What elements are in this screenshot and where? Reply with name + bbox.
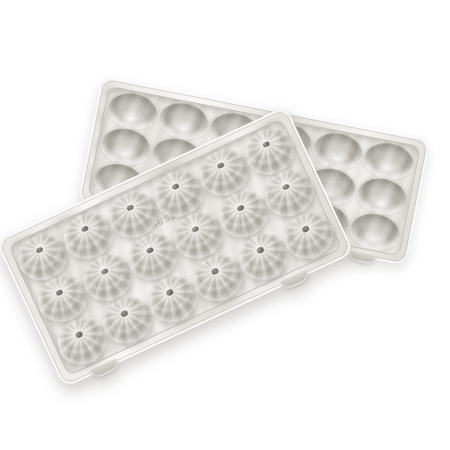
vent-hole <box>35 246 44 254</box>
round-well <box>311 129 366 172</box>
vent-hole <box>146 246 155 254</box>
vent-hole <box>282 183 291 191</box>
tray-foot <box>348 251 377 265</box>
round-well <box>355 175 410 218</box>
round-well <box>98 125 153 168</box>
vent-hole <box>211 267 220 275</box>
dome-grid <box>10 121 339 374</box>
vent-hole <box>171 183 180 191</box>
vent-hole <box>81 225 90 233</box>
round-well <box>362 139 417 182</box>
vent-hole <box>301 225 310 233</box>
vent-hole <box>126 204 135 212</box>
vent-hole <box>100 267 109 275</box>
front-tray-floor: SUS304 <box>8 118 343 376</box>
vent-hole <box>75 331 84 339</box>
vent-hole <box>120 310 129 318</box>
vent-hole <box>165 289 174 297</box>
vent-hole <box>262 141 271 149</box>
scene: SUS304 <box>0 0 450 450</box>
vent-hole <box>236 204 245 212</box>
vent-hole <box>217 162 226 170</box>
round-well <box>157 99 212 142</box>
round-well <box>105 89 160 132</box>
vent-hole <box>256 246 265 254</box>
vent-hole <box>55 289 64 297</box>
round-well <box>348 210 403 253</box>
vent-hole <box>191 225 200 233</box>
